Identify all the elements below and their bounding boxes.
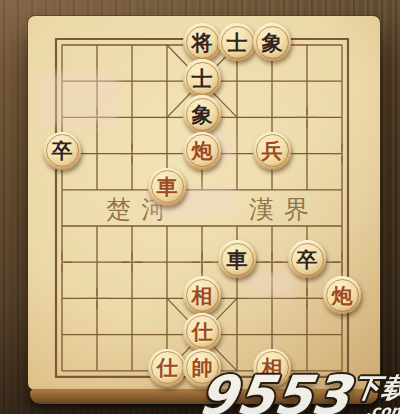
piece-character: 相 bbox=[183, 276, 221, 314]
piece-character: 卒 bbox=[43, 132, 81, 170]
piece-red-advisor-d9[interactable]: 仕 bbox=[148, 349, 186, 387]
xiangqi-board[interactable]: 楚河 漢界 将士象士象卒炮兵車車卒相炮仕仕帥相 bbox=[28, 16, 380, 390]
piece-character: 将 bbox=[183, 23, 221, 61]
piece-character: 士 bbox=[183, 59, 221, 97]
piece-character: 車 bbox=[218, 240, 256, 278]
piece-black-chariot-f6[interactable]: 車 bbox=[218, 240, 256, 278]
blur-artifact bbox=[38, 72, 118, 127]
piece-character: 象 bbox=[183, 95, 221, 133]
piece-red-advisor-e8[interactable]: 仕 bbox=[183, 313, 221, 351]
piece-red-cannon-e3[interactable]: 炮 bbox=[183, 132, 221, 170]
piece-character: 車 bbox=[148, 168, 186, 206]
piece-black-general-e0[interactable]: 将 bbox=[183, 23, 221, 61]
piece-black-elephant-e2[interactable]: 象 bbox=[183, 95, 221, 133]
watermark-domain: .com bbox=[364, 402, 400, 414]
piece-red-pawn-g3[interactable]: 兵 bbox=[253, 132, 291, 170]
piece-black-elephant-g0[interactable]: 象 bbox=[253, 23, 291, 61]
screenshot-root: 楚河 漢界 将士象士象卒炮兵車車卒相炮仕仕帥相 9553 下载 .com bbox=[0, 0, 400, 414]
piece-character: 卒 bbox=[288, 240, 326, 278]
piece-black-advisor-e1[interactable]: 士 bbox=[183, 59, 221, 97]
piece-character: 仕 bbox=[183, 313, 221, 351]
piece-black-advisor-f0[interactable]: 士 bbox=[218, 23, 256, 61]
piece-character: 仕 bbox=[148, 349, 186, 387]
piece-character: 炮 bbox=[183, 132, 221, 170]
piece-character: 士 bbox=[218, 23, 256, 61]
river-label-han-jie: 漢界 bbox=[249, 193, 319, 226]
piece-red-cannon-i7[interactable]: 炮 bbox=[323, 276, 361, 314]
piece-black-pawn-a3[interactable]: 卒 bbox=[43, 132, 81, 170]
piece-black-pawn-h6[interactable]: 卒 bbox=[288, 240, 326, 278]
watermark-9553: 9553 下载 .com bbox=[195, 374, 400, 414]
piece-character: 兵 bbox=[253, 132, 291, 170]
watermark-site-name: 下载 bbox=[351, 375, 400, 401]
watermark-suffix: 下载 .com bbox=[349, 375, 400, 414]
piece-red-chariot-d4[interactable]: 車 bbox=[148, 168, 186, 206]
piece-character: 炮 bbox=[323, 276, 361, 314]
piece-red-elephant-e7[interactable]: 相 bbox=[183, 276, 221, 314]
watermark-number: 9553 bbox=[196, 374, 353, 414]
piece-character: 象 bbox=[253, 23, 291, 61]
